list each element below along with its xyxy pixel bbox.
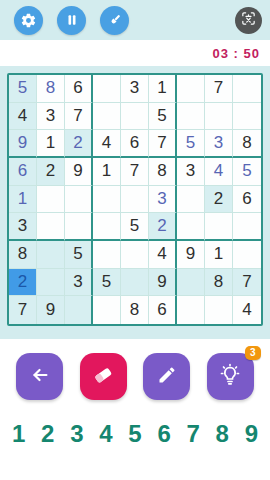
cell-r1c4[interactable]: [93, 75, 121, 103]
cell-r3c8[interactable]: 3: [205, 130, 233, 158]
cell-r9c6[interactable]: 6: [149, 296, 177, 324]
cell-r5c9[interactable]: 6: [233, 186, 261, 214]
sudoku-grid: 5863174375912467538629178345132635285491…: [7, 73, 263, 326]
cell-r5c4[interactable]: [93, 186, 121, 214]
timer-row: 03 : 50: [0, 40, 270, 66]
theme-button[interactable]: [100, 6, 129, 35]
board-panel: 5863174375912467538629178345132635285491…: [0, 66, 270, 339]
cell-r7c1[interactable]: 8: [9, 241, 37, 269]
cell-r7c8[interactable]: 1: [205, 241, 233, 269]
cell-r1c6[interactable]: 1: [149, 75, 177, 103]
cell-r1c5[interactable]: 3: [121, 75, 149, 103]
cell-r2c5[interactable]: [121, 103, 149, 131]
cell-r7c9[interactable]: [233, 241, 261, 269]
cell-r3c9[interactable]: 8: [233, 130, 261, 158]
cell-r8c5[interactable]: [121, 269, 149, 297]
cell-r1c9[interactable]: [233, 75, 261, 103]
cell-r6c8[interactable]: [205, 213, 233, 241]
numpad-1[interactable]: 1: [12, 422, 25, 446]
hint-button[interactable]: 3: [207, 353, 254, 400]
cell-r6c9[interactable]: [233, 213, 261, 241]
cell-r9c4[interactable]: [93, 296, 121, 324]
cell-r2c2[interactable]: 3: [37, 103, 65, 131]
cell-r9c1[interactable]: 7: [9, 296, 37, 324]
cell-r2c7[interactable]: [177, 103, 205, 131]
pencil-icon: [157, 365, 177, 389]
cell-r3c1[interactable]: 9: [9, 130, 37, 158]
arrow-left-icon: [29, 364, 51, 390]
cell-r1c3[interactable]: 6: [65, 75, 93, 103]
cell-r4c2[interactable]: 2: [37, 158, 65, 186]
translate-button[interactable]: [235, 7, 262, 34]
cell-r6c3[interactable]: [65, 213, 93, 241]
numpad-5[interactable]: 5: [128, 422, 141, 446]
cell-r5c8[interactable]: 2: [205, 186, 233, 214]
cell-r4c8[interactable]: 4: [205, 158, 233, 186]
cell-r3c4[interactable]: 4: [93, 130, 121, 158]
cell-r9c7[interactable]: [177, 296, 205, 324]
cell-r2c9[interactable]: [233, 103, 261, 131]
cell-r8c4[interactable]: 5: [93, 269, 121, 297]
hint-count-badge: 3: [245, 346, 261, 360]
action-bar: 3: [0, 353, 270, 400]
undo-button[interactable]: [16, 353, 63, 400]
top-bar: [0, 0, 270, 40]
cell-r7c3[interactable]: 5: [65, 241, 93, 269]
cell-r4c5[interactable]: 7: [121, 158, 149, 186]
cell-r9c3[interactable]: [65, 296, 93, 324]
cell-r2c6[interactable]: 5: [149, 103, 177, 131]
cell-r5c7[interactable]: [177, 186, 205, 214]
cell-r9c8[interactable]: [205, 296, 233, 324]
cell-r6c2[interactable]: [37, 213, 65, 241]
gear-icon: [20, 12, 37, 29]
cell-r4c4[interactable]: 1: [93, 158, 121, 186]
cell-r4c7[interactable]: 3: [177, 158, 205, 186]
cell-r5c2[interactable]: [37, 186, 65, 214]
cell-r1c1[interactable]: 5: [9, 75, 37, 103]
numpad-8[interactable]: 8: [216, 422, 229, 446]
cell-r4c6[interactable]: 8: [149, 158, 177, 186]
lightbulb-icon: [218, 363, 242, 391]
cell-r7c2[interactable]: [37, 241, 65, 269]
cell-r7c6[interactable]: 4: [149, 241, 177, 269]
timer: 03 : 50: [213, 46, 260, 61]
translate-scan-icon: [240, 10, 257, 31]
cell-r7c5[interactable]: [121, 241, 149, 269]
cell-r4c9[interactable]: 5: [233, 158, 261, 186]
notes-button[interactable]: [143, 353, 190, 400]
cell-r3c3[interactable]: 2: [65, 130, 93, 158]
cell-r3c7[interactable]: 5: [177, 130, 205, 158]
cell-r5c1[interactable]: 1: [9, 186, 37, 214]
cell-r1c8[interactable]: 7: [205, 75, 233, 103]
erase-button[interactable]: [80, 353, 127, 400]
numpad-9[interactable]: 9: [245, 422, 258, 446]
cell-r6c6[interactable]: 2: [149, 213, 177, 241]
cell-r6c1[interactable]: 3: [9, 213, 37, 241]
number-pad: 123456789: [0, 422, 270, 446]
cell-r2c3[interactable]: 7: [65, 103, 93, 131]
cell-r7c4[interactable]: [93, 241, 121, 269]
cell-r6c7[interactable]: [177, 213, 205, 241]
cell-r8c8[interactable]: 8: [205, 269, 233, 297]
cell-r6c4[interactable]: [93, 213, 121, 241]
cell-r9c5[interactable]: 8: [121, 296, 149, 324]
cell-r3c6[interactable]: 7: [149, 130, 177, 158]
cell-r9c2[interactable]: 9: [37, 296, 65, 324]
cell-r9c9[interactable]: 4: [233, 296, 261, 324]
pause-button[interactable]: [57, 6, 86, 35]
cell-r3c2[interactable]: 1: [37, 130, 65, 158]
cell-r4c3[interactable]: 9: [65, 158, 93, 186]
cell-r1c2[interactable]: 8: [37, 75, 65, 103]
cell-r8c7[interactable]: [177, 269, 205, 297]
numpad-7[interactable]: 7: [186, 422, 199, 446]
cell-r2c8[interactable]: [205, 103, 233, 131]
numpad-4[interactable]: 4: [99, 422, 112, 446]
cell-r1c7[interactable]: [177, 75, 205, 103]
eraser-icon: [91, 363, 115, 391]
settings-button[interactable]: [14, 6, 43, 35]
numpad-6[interactable]: 6: [157, 422, 170, 446]
paintbrush-icon: [107, 12, 123, 28]
cell-r8c3[interactable]: 3: [65, 269, 93, 297]
numpad-2[interactable]: 2: [41, 422, 54, 446]
numpad-3[interactable]: 3: [70, 422, 83, 446]
cell-r8c9[interactable]: 7: [233, 269, 261, 297]
cell-r5c6[interactable]: 3: [149, 186, 177, 214]
cell-r2c4[interactable]: [93, 103, 121, 131]
cell-r2c1[interactable]: 4: [9, 103, 37, 131]
cell-r5c5[interactable]: [121, 186, 149, 214]
cell-r8c6[interactable]: 9: [149, 269, 177, 297]
cell-r4c1[interactable]: 6: [9, 158, 37, 186]
pause-icon: [65, 13, 79, 27]
cell-r3c5[interactable]: 6: [121, 130, 149, 158]
cell-r7c7[interactable]: 9: [177, 241, 205, 269]
cell-r6c5[interactable]: 5: [121, 213, 149, 241]
cell-r5c3[interactable]: [65, 186, 93, 214]
cell-r8c2[interactable]: [37, 269, 65, 297]
cell-r8c1[interactable]: 2: [9, 269, 37, 297]
